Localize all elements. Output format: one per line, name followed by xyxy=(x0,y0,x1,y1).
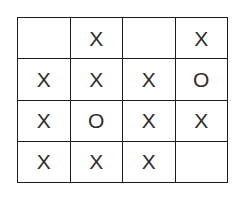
board: X X X X X O X O X X X X X xyxy=(17,17,228,183)
cell-r1c3[interactable]: O xyxy=(176,59,228,99)
cell-r3c3[interactable] xyxy=(176,142,228,182)
cell-r2c2[interactable]: X xyxy=(123,101,175,141)
cell-r0c0[interactable] xyxy=(18,18,70,58)
cell-r3c0[interactable]: X xyxy=(18,142,70,182)
cell-r0c1[interactable]: X xyxy=(71,18,123,58)
cell-r1c1[interactable]: X xyxy=(71,59,123,99)
cell-r3c2[interactable]: X xyxy=(123,142,175,182)
cell-r3c1[interactable]: X xyxy=(71,142,123,182)
cell-r2c1[interactable]: O xyxy=(71,101,123,141)
cell-r0c3[interactable]: X xyxy=(176,18,228,58)
cell-r0c2[interactable] xyxy=(123,18,175,58)
cell-r1c2[interactable]: X xyxy=(123,59,175,99)
cell-r2c0[interactable]: X xyxy=(18,101,70,141)
cell-r1c0[interactable]: X xyxy=(18,59,70,99)
cell-r2c3[interactable]: X xyxy=(176,101,228,141)
